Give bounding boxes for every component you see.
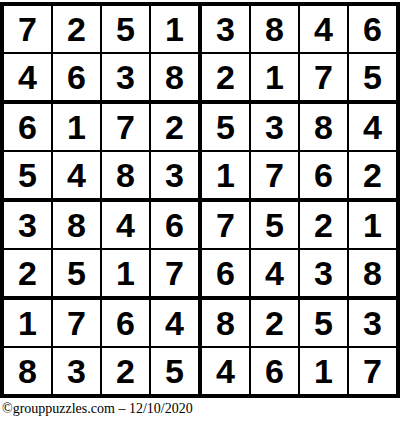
cell-r1c8: 6 (349, 6, 396, 54)
cell-r6c1: 2 (4, 250, 53, 300)
cell-r4c2: 4 (53, 152, 102, 202)
cell-r7c5: 8 (202, 300, 251, 348)
cell-r4c8: 2 (349, 152, 396, 202)
cell-r8c8: 7 (349, 348, 396, 394)
cell-r5c8: 1 (349, 202, 396, 250)
cell-r5c3: 4 (102, 202, 151, 250)
cell-r8c3: 2 (102, 348, 151, 394)
cell-r5c2: 8 (53, 202, 102, 250)
cell-r6c2: 5 (53, 250, 102, 300)
cell-r1c5: 3 (202, 6, 251, 54)
cell-r7c4: 4 (151, 300, 202, 348)
cell-r7c3: 6 (102, 300, 151, 348)
cell-r3c2: 1 (53, 104, 102, 152)
cell-r6c4: 7 (151, 250, 202, 300)
cell-r7c6: 2 (251, 300, 300, 348)
cell-r3c5: 5 (202, 104, 251, 152)
cell-r1c7: 4 (300, 6, 349, 54)
cell-r8c7: 1 (300, 348, 349, 394)
cell-r2c3: 3 (102, 54, 151, 104)
cell-r4c1: 5 (4, 152, 53, 202)
cell-r3c3: 7 (102, 104, 151, 152)
cell-r1c2: 2 (53, 6, 102, 54)
cell-r3c6: 3 (251, 104, 300, 152)
cell-r4c3: 8 (102, 152, 151, 202)
cell-r6c3: 1 (102, 250, 151, 300)
cell-r6c7: 3 (300, 250, 349, 300)
cell-r2c6: 1 (251, 54, 300, 104)
cell-r3c7: 8 (300, 104, 349, 152)
cell-r2c7: 7 (300, 54, 349, 104)
cell-r5c1: 3 (4, 202, 53, 250)
cell-r5c6: 5 (251, 202, 300, 250)
cell-r8c1: 8 (4, 348, 53, 394)
cell-r6c6: 4 (251, 250, 300, 300)
cell-r5c4: 6 (151, 202, 202, 250)
cell-r1c4: 1 (151, 6, 202, 54)
cell-r6c8: 8 (349, 250, 396, 300)
cell-r3c8: 4 (349, 104, 396, 152)
cell-r1c3: 5 (102, 6, 151, 54)
cell-r4c4: 3 (151, 152, 202, 202)
cell-r8c6: 6 (251, 348, 300, 394)
cell-r2c8: 5 (349, 54, 396, 104)
cell-r8c2: 3 (53, 348, 102, 394)
cell-r7c7: 5 (300, 300, 349, 348)
copyright-credit: ©grouppuzzles.com – 12/10/2020 (2, 401, 402, 417)
cell-r2c4: 8 (151, 54, 202, 104)
cell-r1c1: 7 (4, 6, 53, 54)
cell-r7c8: 3 (349, 300, 396, 348)
cell-r6c5: 6 (202, 250, 251, 300)
cell-r4c7: 6 (300, 152, 349, 202)
cell-r2c1: 4 (4, 54, 53, 104)
cell-r2c5: 2 (202, 54, 251, 104)
cell-r7c2: 7 (53, 300, 102, 348)
cell-r7c1: 1 (4, 300, 53, 348)
cell-r1c6: 8 (251, 6, 300, 54)
cell-r4c5: 1 (202, 152, 251, 202)
cell-r8c4: 5 (151, 348, 202, 394)
cell-r4c6: 7 (251, 152, 300, 202)
cell-r3c1: 6 (4, 104, 53, 152)
cell-r3c4: 2 (151, 104, 202, 152)
cell-r8c5: 4 (202, 348, 251, 394)
sudoku-board: 7251384646382175617253845483176238467521… (0, 2, 400, 398)
cell-r5c5: 7 (202, 202, 251, 250)
cell-r5c7: 2 (300, 202, 349, 250)
cell-r2c2: 6 (53, 54, 102, 104)
